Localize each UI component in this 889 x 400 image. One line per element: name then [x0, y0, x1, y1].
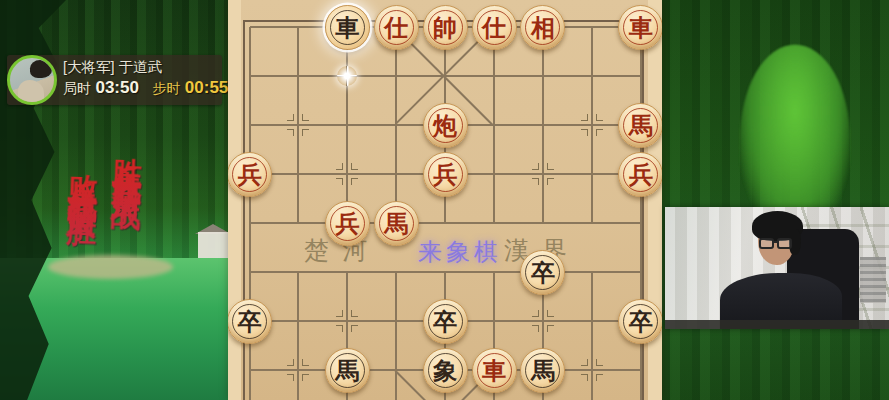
move-time-value: 00:55	[185, 78, 228, 97]
point-marker	[581, 359, 588, 366]
piece-red-兵[interactable]: 兵	[423, 152, 468, 197]
piece-black-馬[interactable]: 馬	[325, 348, 370, 393]
xiangqi-board[interactable]: 楚河 漢界 来象棋 車仕帥仕相車炮馬兵兵兵兵馬卒卒卒卒馬象車馬	[228, 0, 662, 400]
grid-line	[395, 272, 397, 400]
streamer-hair	[752, 211, 803, 241]
grid-line	[249, 27, 251, 400]
point-marker	[547, 163, 554, 170]
piece-red-兵[interactable]: 兵	[618, 152, 662, 197]
point-marker	[302, 129, 309, 136]
point-marker	[351, 163, 358, 170]
piece-black-卒[interactable]: 卒	[520, 250, 565, 295]
point-marker	[581, 374, 588, 381]
glasses-right-lens	[777, 238, 792, 249]
piece-red-馬[interactable]: 馬	[618, 103, 662, 148]
point-marker	[302, 359, 309, 366]
point-marker	[302, 374, 309, 381]
piece-black-卒[interactable]: 卒	[618, 299, 662, 344]
piece-black-車[interactable]: 車	[325, 5, 370, 50]
point-marker	[596, 114, 603, 121]
piece-red-炮[interactable]: 炮	[423, 103, 468, 148]
point-marker	[596, 374, 603, 381]
piece-red-仕[interactable]: 仕	[472, 5, 517, 50]
grid-line	[297, 27, 299, 223]
point-marker	[547, 310, 554, 317]
player-timers: 局时 03:50 步时 00:55	[63, 78, 228, 98]
radiator	[860, 257, 886, 303]
point-marker	[596, 359, 603, 366]
point-marker	[351, 325, 358, 332]
desk-edge	[665, 320, 889, 329]
point-marker	[287, 129, 294, 136]
point-marker	[532, 325, 539, 332]
piece-black-卒[interactable]: 卒	[423, 299, 468, 344]
piece-red-仕[interactable]: 仕	[374, 5, 419, 50]
grid-line	[640, 27, 642, 400]
glasses-left-lens	[759, 238, 774, 249]
point-marker	[287, 374, 294, 381]
player-name: [大将军] 于道武	[63, 58, 162, 77]
player-avatar	[7, 55, 57, 105]
grid-line	[591, 27, 593, 223]
point-marker	[336, 325, 343, 332]
point-marker	[302, 114, 309, 121]
piece-red-車[interactable]: 車	[472, 348, 517, 393]
grid-line	[542, 27, 544, 223]
point-marker	[581, 129, 588, 136]
point-marker	[336, 163, 343, 170]
point-marker	[351, 310, 358, 317]
point-marker	[547, 325, 554, 332]
point-marker	[336, 178, 343, 185]
point-marker	[596, 129, 603, 136]
point-marker	[287, 114, 294, 121]
stream-screen: 胜兵先胜而后求战 败兵先战而后求胜 [大将军] 于道武 局时 03:50 步时 …	[0, 0, 889, 400]
game-time-label: 局时	[63, 80, 91, 96]
point-marker	[336, 310, 343, 317]
quote-column-2: 败兵先战而后求胜	[55, 149, 105, 400]
piece-red-馬[interactable]: 馬	[374, 201, 419, 246]
point-marker	[532, 178, 539, 185]
grid-line	[346, 27, 348, 223]
point-marker	[532, 310, 539, 317]
grid-line	[591, 272, 593, 400]
piece-red-兵[interactable]: 兵	[325, 201, 370, 246]
app-watermark: 来象棋	[418, 236, 502, 268]
piece-black-馬[interactable]: 馬	[520, 348, 565, 393]
grid-line	[297, 272, 299, 400]
piece-black-象[interactable]: 象	[423, 348, 468, 393]
point-marker	[547, 178, 554, 185]
piece-black-卒[interactable]: 卒	[228, 299, 272, 344]
piece-red-車[interactable]: 車	[618, 5, 662, 50]
point-marker	[581, 114, 588, 121]
webcam-feed	[665, 207, 889, 329]
lakeside-house	[198, 232, 228, 258]
point-marker	[532, 163, 539, 170]
move-time-label: 步时	[152, 80, 180, 96]
piece-red-兵[interactable]: 兵	[228, 152, 272, 197]
point-marker	[287, 359, 294, 366]
point-marker	[351, 178, 358, 185]
game-time-value: 03:50	[95, 78, 138, 97]
glasses-bridge	[773, 241, 778, 243]
piece-red-相[interactable]: 相	[520, 5, 565, 50]
piece-red-帥[interactable]: 帥	[423, 5, 468, 50]
